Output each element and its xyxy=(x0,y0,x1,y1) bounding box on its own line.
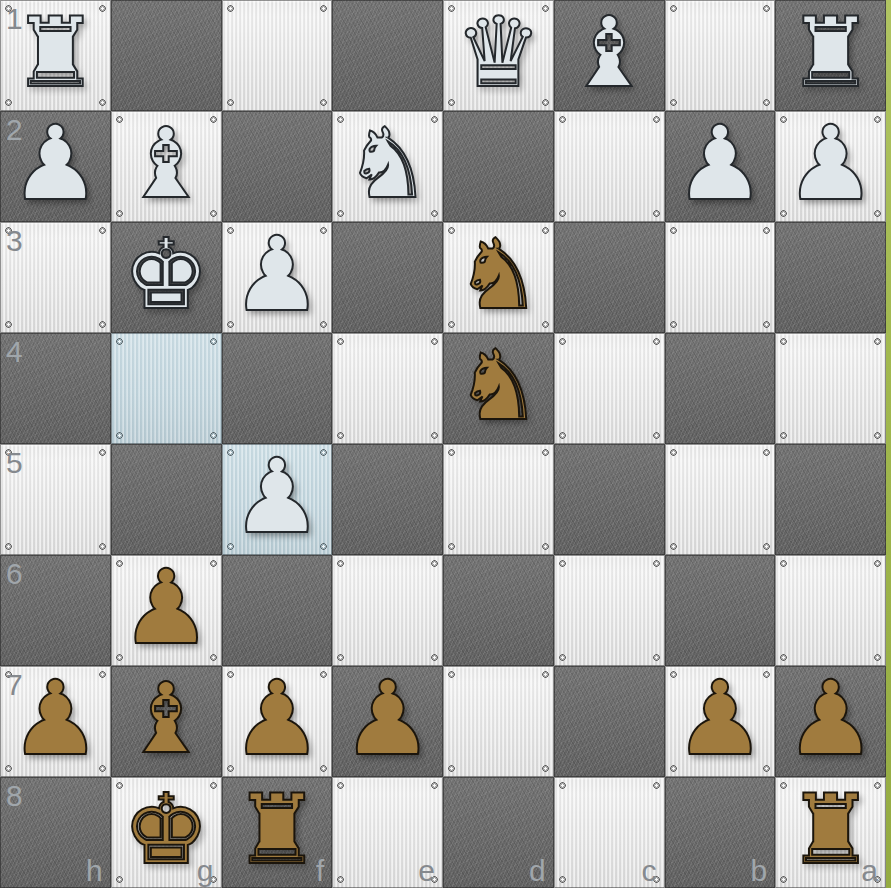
white-rook[interactable]: ♜ xyxy=(12,4,99,101)
board-edge-strip xyxy=(886,0,891,888)
square-g4[interactable] xyxy=(111,333,222,444)
file-label-c: c xyxy=(642,854,657,888)
file-label-h: h xyxy=(86,854,103,888)
chess-app: ♜1♛♝♜♟2♝♞♟♟3♚♟♞4♞5♟6♟♟7♝♟♟♟♟8h♚g♜fedcb♜a xyxy=(0,0,891,888)
black-knight[interactable]: ♞ xyxy=(455,337,542,434)
square-a7[interactable]: ♟ xyxy=(775,666,886,777)
square-a6[interactable] xyxy=(775,555,886,666)
chess-board: ♜1♛♝♜♟2♝♞♟♟3♚♟♞4♞5♟6♟♟7♝♟♟♟♟8h♚g♜fedcb♜a xyxy=(0,0,886,888)
square-a1[interactable]: ♜ xyxy=(775,0,886,111)
square-b4[interactable] xyxy=(665,333,776,444)
rank-label-6: 6 xyxy=(6,557,23,591)
square-e8[interactable]: e xyxy=(332,777,443,888)
square-c2[interactable] xyxy=(554,111,665,222)
square-b7[interactable]: ♟ xyxy=(665,666,776,777)
black-rook[interactable]: ♜ xyxy=(233,781,320,878)
square-d1[interactable]: ♛ xyxy=(443,0,554,111)
rank-label-4: 4 xyxy=(6,335,23,369)
black-pawn[interactable]: ♟ xyxy=(231,667,323,770)
square-f1[interactable] xyxy=(222,0,333,111)
square-f3[interactable]: ♟ xyxy=(222,222,333,333)
square-c4[interactable] xyxy=(554,333,665,444)
square-c7[interactable] xyxy=(554,666,665,777)
square-e7[interactable]: ♟ xyxy=(332,666,443,777)
white-pawn[interactable]: ♟ xyxy=(784,112,876,215)
square-f4[interactable] xyxy=(222,333,333,444)
square-c8[interactable]: c xyxy=(554,777,665,888)
file-label-b: b xyxy=(751,854,768,888)
square-d4[interactable]: ♞ xyxy=(443,333,554,444)
square-b5[interactable] xyxy=(665,444,776,555)
square-a3[interactable] xyxy=(775,222,886,333)
black-knight[interactable]: ♞ xyxy=(455,226,542,323)
black-pawn[interactable]: ♟ xyxy=(120,556,212,659)
square-g6[interactable]: ♟ xyxy=(111,555,222,666)
square-c6[interactable] xyxy=(554,555,665,666)
square-h2[interactable]: ♟2 xyxy=(0,111,111,222)
square-f8[interactable]: ♜f xyxy=(222,777,333,888)
rank-label-8: 8 xyxy=(6,779,23,813)
square-e6[interactable] xyxy=(332,555,443,666)
square-g3[interactable]: ♚ xyxy=(111,222,222,333)
white-queen[interactable]: ♛ xyxy=(455,4,542,101)
black-pawn[interactable]: ♟ xyxy=(674,667,766,770)
square-b6[interactable] xyxy=(665,555,776,666)
square-c5[interactable] xyxy=(554,444,665,555)
white-pawn[interactable]: ♟ xyxy=(9,112,101,215)
square-b3[interactable] xyxy=(665,222,776,333)
white-knight[interactable]: ♞ xyxy=(344,115,431,212)
square-b8[interactable]: b xyxy=(665,777,776,888)
square-h7[interactable]: ♟7 xyxy=(0,666,111,777)
square-b2[interactable]: ♟ xyxy=(665,111,776,222)
white-rook[interactable]: ♜ xyxy=(787,4,874,101)
black-rook[interactable]: ♜ xyxy=(787,781,874,878)
square-h8[interactable]: 8h xyxy=(0,777,111,888)
square-h5[interactable]: 5 xyxy=(0,444,111,555)
square-g1[interactable] xyxy=(111,0,222,111)
square-d6[interactable] xyxy=(443,555,554,666)
square-f6[interactable] xyxy=(222,555,333,666)
square-h1[interactable]: ♜1 xyxy=(0,0,111,111)
rank-label-5: 5 xyxy=(6,446,23,480)
square-d5[interactable] xyxy=(443,444,554,555)
square-h3[interactable]: 3 xyxy=(0,222,111,333)
black-pawn[interactable]: ♟ xyxy=(9,667,101,770)
black-bishop[interactable]: ♝ xyxy=(123,670,210,767)
square-h6[interactable]: 6 xyxy=(0,555,111,666)
square-e3[interactable] xyxy=(332,222,443,333)
black-pawn[interactable]: ♟ xyxy=(341,667,433,770)
rank-label-3: 3 xyxy=(6,224,23,258)
square-f2[interactable] xyxy=(222,111,333,222)
file-label-d: d xyxy=(529,854,546,888)
file-label-e: e xyxy=(418,854,435,888)
square-f7[interactable]: ♟ xyxy=(222,666,333,777)
square-d2[interactable] xyxy=(443,111,554,222)
square-a5[interactable] xyxy=(775,444,886,555)
black-king[interactable]: ♚ xyxy=(123,781,210,878)
square-a8[interactable]: ♜a xyxy=(775,777,886,888)
square-g7[interactable]: ♝ xyxy=(111,666,222,777)
square-g8[interactable]: ♚g xyxy=(111,777,222,888)
square-e2[interactable]: ♞ xyxy=(332,111,443,222)
white-pawn[interactable]: ♟ xyxy=(674,112,766,215)
white-bishop[interactable]: ♝ xyxy=(566,4,653,101)
square-g2[interactable]: ♝ xyxy=(111,111,222,222)
square-b1[interactable] xyxy=(665,0,776,111)
square-d7[interactable] xyxy=(443,666,554,777)
square-e1[interactable] xyxy=(332,0,443,111)
square-h4[interactable]: 4 xyxy=(0,333,111,444)
square-a4[interactable] xyxy=(775,333,886,444)
square-c3[interactable] xyxy=(554,222,665,333)
white-bishop[interactable]: ♝ xyxy=(123,115,210,212)
square-d8[interactable]: d xyxy=(443,777,554,888)
square-d3[interactable]: ♞ xyxy=(443,222,554,333)
black-pawn[interactable]: ♟ xyxy=(784,667,876,770)
square-g5[interactable] xyxy=(111,444,222,555)
square-a2[interactable]: ♟ xyxy=(775,111,886,222)
white-pawn[interactable]: ♟ xyxy=(231,445,323,548)
white-pawn[interactable]: ♟ xyxy=(231,223,323,326)
square-c1[interactable]: ♝ xyxy=(554,0,665,111)
square-f5[interactable]: ♟ xyxy=(222,444,333,555)
white-king[interactable]: ♚ xyxy=(123,226,210,323)
square-e5[interactable] xyxy=(332,444,443,555)
square-e4[interactable] xyxy=(332,333,443,444)
